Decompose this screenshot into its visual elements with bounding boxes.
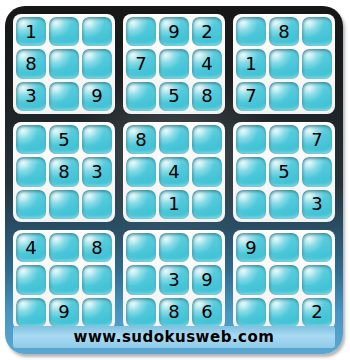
block-7: 489 xyxy=(13,230,115,330)
cell-r7c2[interactable] xyxy=(49,233,79,262)
cell-r1c4[interactable] xyxy=(126,17,156,46)
cell-r7c7[interactable]: 9 xyxy=(236,233,266,262)
cell-r5c3[interactable]: 3 xyxy=(82,157,112,186)
cell-r9c3[interactable] xyxy=(82,298,112,327)
block-8: 3986 xyxy=(123,230,225,330)
cell-r7c8[interactable] xyxy=(269,233,299,262)
cell-r9c1[interactable] xyxy=(16,298,46,327)
cell-r7c5[interactable] xyxy=(159,233,189,262)
cell-r9c7[interactable] xyxy=(236,298,266,327)
cell-r7c4[interactable] xyxy=(126,233,156,262)
cell-r7c1[interactable]: 4 xyxy=(16,233,46,262)
cell-r9c8[interactable] xyxy=(269,298,299,327)
cell-r6c8[interactable] xyxy=(269,190,299,219)
cell-r4c1[interactable] xyxy=(16,125,46,154)
cell-r4c8[interactable] xyxy=(269,125,299,154)
cell-r8c6[interactable]: 9 xyxy=(192,265,222,294)
cell-r6c4[interactable] xyxy=(126,190,156,219)
cell-r2c9[interactable] xyxy=(302,49,332,78)
cell-r3c9[interactable] xyxy=(302,82,332,111)
cell-r4c5[interactable] xyxy=(159,125,189,154)
cell-r2c2[interactable] xyxy=(49,49,79,78)
cell-r1c5[interactable]: 9 xyxy=(159,17,189,46)
cell-r2c7[interactable]: 1 xyxy=(236,49,266,78)
puzzle-frame: 1839927458817583841753489398692 www.sudo… xyxy=(5,6,343,354)
cell-r6c2[interactable] xyxy=(49,190,79,219)
cell-r3c7[interactable]: 7 xyxy=(236,82,266,111)
cell-r8c5[interactable]: 3 xyxy=(159,265,189,294)
cell-r7c6[interactable] xyxy=(192,233,222,262)
cell-r5c6[interactable] xyxy=(192,157,222,186)
cell-r9c6[interactable]: 6 xyxy=(192,298,222,327)
cell-r9c4[interactable] xyxy=(126,298,156,327)
footer-band: www.sudokusweb.com xyxy=(13,326,335,348)
cell-r9c2[interactable]: 9 xyxy=(49,298,79,327)
cell-r3c2[interactable] xyxy=(49,82,79,111)
cell-r8c8[interactable] xyxy=(269,265,299,294)
block-5: 841 xyxy=(123,122,225,222)
cell-r8c2[interactable] xyxy=(49,265,79,294)
cell-r9c5[interactable]: 8 xyxy=(159,298,189,327)
cell-r5c7[interactable] xyxy=(236,157,266,186)
cell-r8c3[interactable] xyxy=(82,265,112,294)
cell-r3c4[interactable] xyxy=(126,82,156,111)
cell-r6c9[interactable]: 3 xyxy=(302,190,332,219)
cell-r4c9[interactable]: 7 xyxy=(302,125,332,154)
cell-r2c6[interactable]: 4 xyxy=(192,49,222,78)
cell-r1c7[interactable] xyxy=(236,17,266,46)
cell-r5c8[interactable]: 5 xyxy=(269,157,299,186)
cell-r8c9[interactable] xyxy=(302,265,332,294)
cell-r4c4[interactable]: 8 xyxy=(126,125,156,154)
cell-r2c4[interactable]: 7 xyxy=(126,49,156,78)
site-url: www.sudokusweb.com xyxy=(74,328,275,346)
cell-r5c1[interactable] xyxy=(16,157,46,186)
cell-r6c7[interactable] xyxy=(236,190,266,219)
cell-r3c8[interactable] xyxy=(269,82,299,111)
cell-r8c7[interactable] xyxy=(236,265,266,294)
cell-r2c1[interactable]: 8 xyxy=(16,49,46,78)
cell-r7c9[interactable] xyxy=(302,233,332,262)
cell-r5c4[interactable] xyxy=(126,157,156,186)
block-3: 817 xyxy=(233,14,335,114)
cell-r8c1[interactable] xyxy=(16,265,46,294)
cell-r5c5[interactable]: 4 xyxy=(159,157,189,186)
cell-r4c3[interactable] xyxy=(82,125,112,154)
cell-r1c6[interactable]: 2 xyxy=(192,17,222,46)
cell-r5c2[interactable]: 8 xyxy=(49,157,79,186)
cell-r4c2[interactable]: 5 xyxy=(49,125,79,154)
cell-r6c5[interactable]: 1 xyxy=(159,190,189,219)
cell-r2c3[interactable] xyxy=(82,49,112,78)
cell-r1c9[interactable] xyxy=(302,17,332,46)
cell-r6c6[interactable] xyxy=(192,190,222,219)
cell-r1c3[interactable] xyxy=(82,17,112,46)
cell-r3c1[interactable]: 3 xyxy=(16,82,46,111)
block-9: 92 xyxy=(233,230,335,330)
sudoku-board: 1839927458817583841753489398692 xyxy=(13,14,335,330)
cell-r6c1[interactable] xyxy=(16,190,46,219)
cell-r1c1[interactable]: 1 xyxy=(16,17,46,46)
cell-r6c3[interactable] xyxy=(82,190,112,219)
cell-r1c2[interactable] xyxy=(49,17,79,46)
cell-r3c5[interactable]: 5 xyxy=(159,82,189,111)
cell-r3c3[interactable]: 9 xyxy=(82,82,112,111)
cell-r1c8[interactable]: 8 xyxy=(269,17,299,46)
cell-r4c7[interactable] xyxy=(236,125,266,154)
block-6: 753 xyxy=(233,122,335,222)
cell-r2c5[interactable] xyxy=(159,49,189,78)
block-4: 583 xyxy=(13,122,115,222)
cell-r3c6[interactable]: 8 xyxy=(192,82,222,111)
cell-r7c3[interactable]: 8 xyxy=(82,233,112,262)
block-2: 927458 xyxy=(123,14,225,114)
cell-r4c6[interactable] xyxy=(192,125,222,154)
block-1: 1839 xyxy=(13,14,115,114)
cell-r5c9[interactable] xyxy=(302,157,332,186)
cell-r9c9[interactable]: 2 xyxy=(302,298,332,327)
cell-r2c8[interactable] xyxy=(269,49,299,78)
cell-r8c4[interactable] xyxy=(126,265,156,294)
